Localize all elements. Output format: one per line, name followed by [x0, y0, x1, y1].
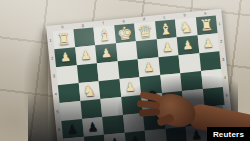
piece-white-rook-h1: ♜	[56, 30, 71, 49]
piece-white-king-e1: ♚	[116, 24, 133, 43]
square-e1: ♚	[114, 23, 136, 43]
piece-white-pawn-b2: ♟	[182, 36, 194, 55]
piece-white-rook-a1: ♜	[199, 16, 214, 35]
square-h3	[56, 65, 78, 85]
square-a3	[199, 51, 221, 71]
square-g6: ♟	[82, 117, 104, 137]
piece-white-queen-d1: ♛	[137, 22, 154, 41]
square-f6	[102, 115, 124, 135]
square-b4	[180, 71, 202, 91]
piece-white-pawn-h2: ♟	[59, 48, 71, 67]
piece-white-pawn-c2: ♟	[161, 38, 173, 57]
reuters-watermark: Reuters	[207, 127, 250, 141]
square-e2	[116, 41, 138, 61]
piece-black-pawn-e7: ♟	[129, 131, 141, 141]
piece-white-knight-g4: ♞	[82, 81, 97, 100]
square-d3: ♟	[138, 57, 160, 77]
piece-black-pawn-f7: ♟	[109, 133, 121, 141]
square-h7	[63, 137, 85, 141]
square-d7	[145, 129, 167, 141]
piece-white-pawn-e4: ♟	[124, 78, 136, 97]
square-e7: ♟	[124, 131, 146, 141]
board-edge-shadow	[24, 34, 48, 141]
square-f4	[99, 79, 121, 99]
square-f7: ♟	[104, 133, 126, 141]
square-c3	[158, 55, 180, 75]
square-c4	[160, 73, 182, 93]
square-g3	[76, 63, 98, 83]
square-f2: ♟	[95, 43, 117, 63]
piece-white-bishop-f1: ♝	[97, 26, 112, 45]
square-a4	[201, 69, 223, 89]
square-a2: ♟	[197, 33, 219, 53]
square-a5	[202, 87, 224, 107]
piece-black-pawn-g6: ♟	[87, 117, 99, 136]
square-c2: ♟	[156, 37, 178, 57]
piece-black-pawn-h6: ♟	[66, 119, 78, 138]
square-g1	[73, 27, 95, 47]
square-f1: ♝	[93, 25, 115, 45]
square-g4: ♞	[78, 81, 100, 101]
square-b2: ♟	[177, 35, 199, 55]
square-c1: ♝	[155, 19, 177, 39]
square-b1: ♞	[175, 17, 197, 37]
square-g2: ♟	[75, 45, 97, 65]
square-a1: ♜	[195, 15, 217, 35]
piece-white-pawn-d3: ♟	[143, 58, 155, 77]
reuters-watermark-label: Reuters	[213, 130, 244, 139]
piece-white-knight-b1: ♞	[178, 18, 193, 37]
square-f3	[97, 61, 119, 81]
square-d1: ♛	[134, 21, 156, 41]
square-g5	[80, 99, 102, 119]
piece-white-pawn-f2: ♟	[100, 44, 112, 63]
square-h1: ♜	[53, 29, 75, 49]
square-h2: ♟	[54, 47, 76, 67]
square-f5	[100, 97, 122, 117]
square-c7	[165, 127, 187, 141]
square-b3	[178, 53, 200, 73]
piece-white-pawn-a2: ♟	[202, 34, 214, 53]
piece-white-pawn-g2: ♟	[80, 46, 92, 65]
square-e3	[117, 59, 139, 79]
square-e4: ♟	[119, 77, 141, 97]
square-h4	[58, 83, 80, 103]
piece-white-bishop-c1: ♝	[158, 20, 173, 39]
square-h5	[60, 101, 82, 121]
news-photo: hgfedcba 12345678 ♜♝♚♛♝♞♜♟♟♟♟♟♟♟♞♟♟♟♟♟♟♟…	[0, 0, 250, 141]
square-g7	[83, 135, 105, 141]
square-h6: ♟	[61, 119, 83, 139]
square-d2	[136, 39, 158, 59]
